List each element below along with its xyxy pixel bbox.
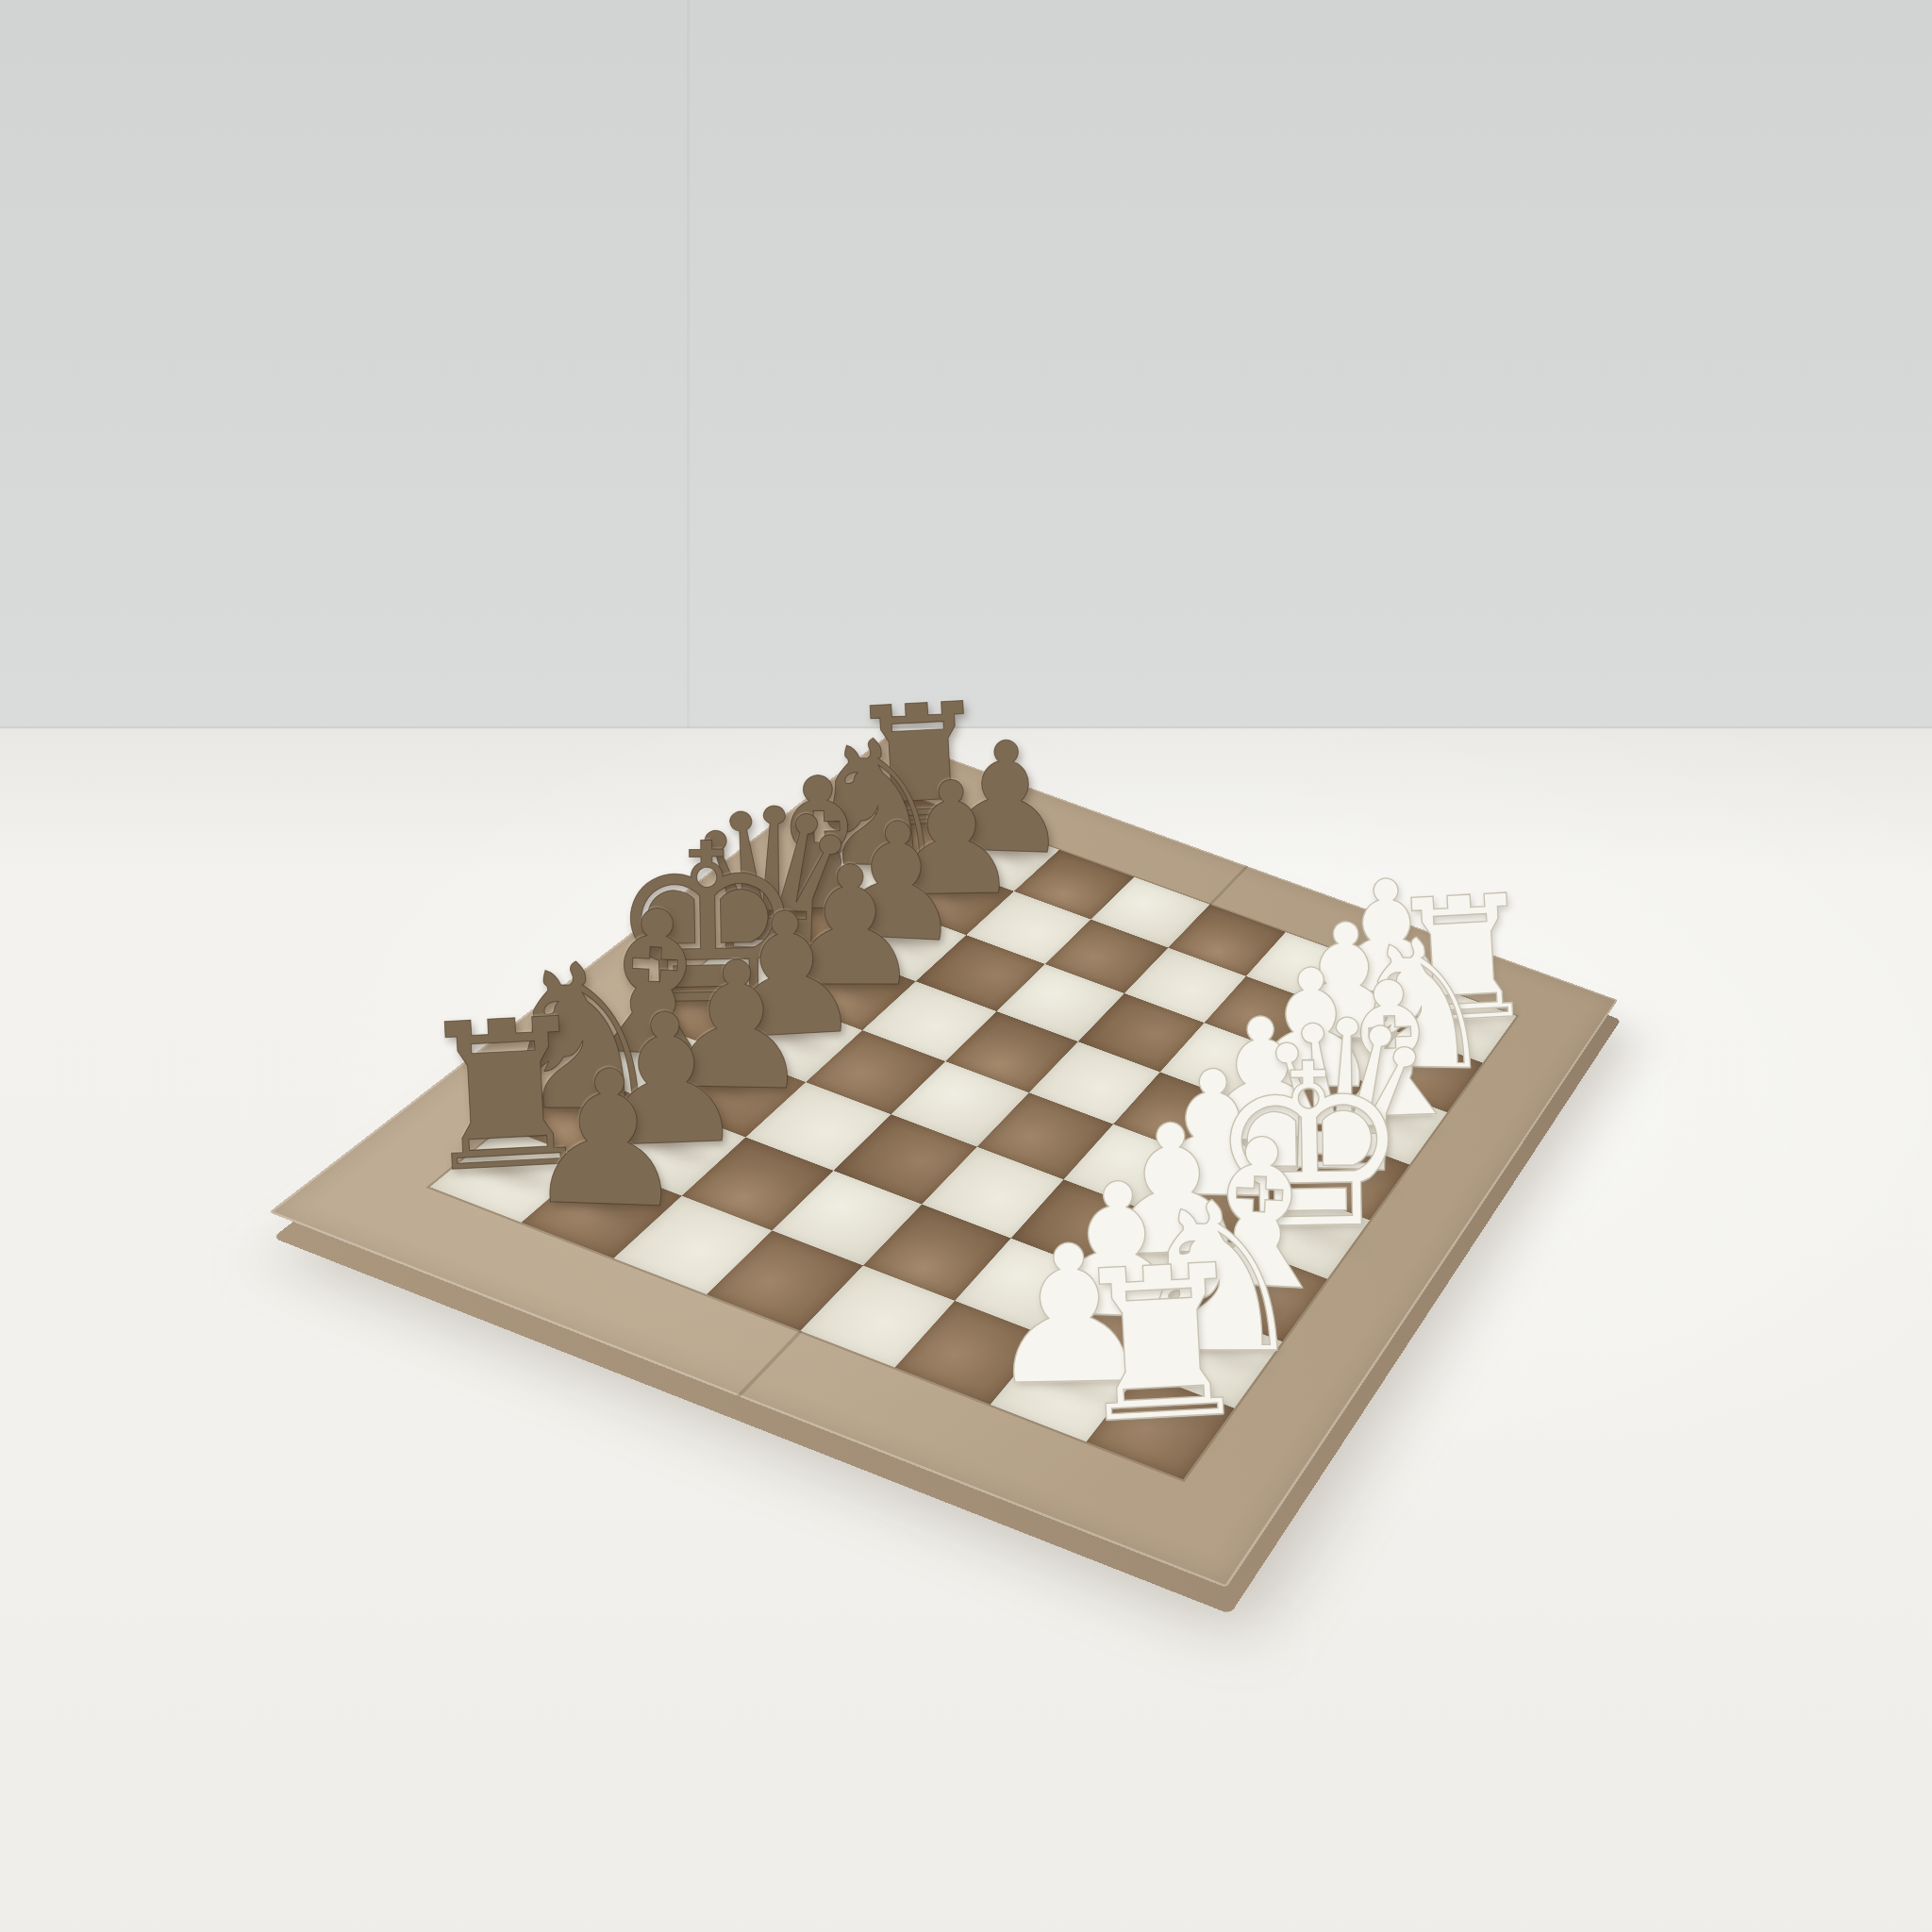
board-fold-seam-far bbox=[1208, 866, 1248, 906]
chess-piece-white-rook[interactable]: ♜ bbox=[1063, 1237, 1260, 1455]
board-fold-seam-near bbox=[737, 1330, 803, 1397]
scene: ♜♟♞♟♝♟♛♟♟♚♜♟♟♝♞♟♟♞♝♟♟♜♛♟♟♚♟♝♟♞♟♜ bbox=[0, 0, 1932, 1932]
wall-seam-line bbox=[687, 0, 690, 728]
wall-background bbox=[0, 0, 1932, 728]
chess-piece-black-pawn[interactable]: ♟ bbox=[521, 1042, 694, 1234]
